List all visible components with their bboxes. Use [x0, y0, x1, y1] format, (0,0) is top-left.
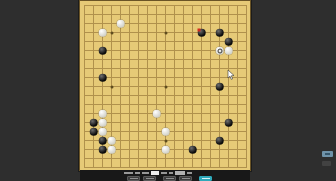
nav-text-segment — [169, 172, 173, 174]
white-stone — [152, 109, 161, 118]
toolbar-button-1[interactable] — [127, 176, 140, 181]
button-text-placeholder — [166, 178, 174, 179]
white-stone — [107, 145, 116, 154]
nav-text-segment — [135, 172, 140, 174]
widget-icon — [325, 153, 330, 155]
button-text-placeholder — [130, 178, 138, 179]
white-stone — [98, 118, 107, 127]
black-stone — [89, 127, 98, 136]
toolbar-button-4[interactable] — [179, 176, 192, 181]
nav-text-segment — [187, 172, 192, 174]
star-point — [164, 139, 167, 142]
toolbar-button-2[interactable] — [143, 176, 156, 181]
white-stone — [98, 127, 107, 136]
button-text-placeholder — [202, 178, 210, 179]
right-edge-widget-top[interactable] — [322, 151, 333, 157]
go-board[interactable] — [80, 1, 250, 170]
star-point — [110, 31, 113, 34]
star-point — [110, 85, 113, 88]
white-stone — [161, 145, 170, 154]
black-stone — [224, 118, 233, 127]
black-stone — [224, 37, 233, 46]
circle-marker — [217, 48, 222, 53]
toolbar-primary-button[interactable] — [199, 176, 212, 181]
black-stone — [215, 82, 224, 91]
white-stone — [161, 127, 170, 136]
white-stone — [107, 136, 116, 145]
toolbar-buttons — [127, 175, 212, 181]
mouse-cursor-icon — [227, 65, 235, 84]
black-stone — [188, 145, 197, 154]
black-stone — [98, 46, 107, 55]
nav-text-segment — [124, 172, 133, 174]
white-stone — [98, 109, 107, 118]
white-stone — [116, 19, 125, 28]
button-text-placeholder — [182, 178, 190, 179]
black-stone — [98, 145, 107, 154]
black-stone — [215, 136, 224, 145]
nav-text-segment — [161, 172, 167, 174]
black-stone — [98, 136, 107, 145]
nav-text-segment — [142, 172, 149, 174]
right-edge-widget-bottom[interactable] — [322, 161, 331, 166]
white-stone — [98, 28, 107, 37]
star-point — [164, 31, 167, 34]
black-stone — [98, 73, 107, 82]
button-text-placeholder — [146, 178, 154, 179]
black-stone — [89, 118, 98, 127]
white-stone — [224, 46, 233, 55]
black-stone — [215, 28, 224, 37]
toolbar-button-3[interactable] — [163, 176, 176, 181]
red-square-marker — [197, 28, 200, 31]
star-point — [164, 85, 167, 88]
